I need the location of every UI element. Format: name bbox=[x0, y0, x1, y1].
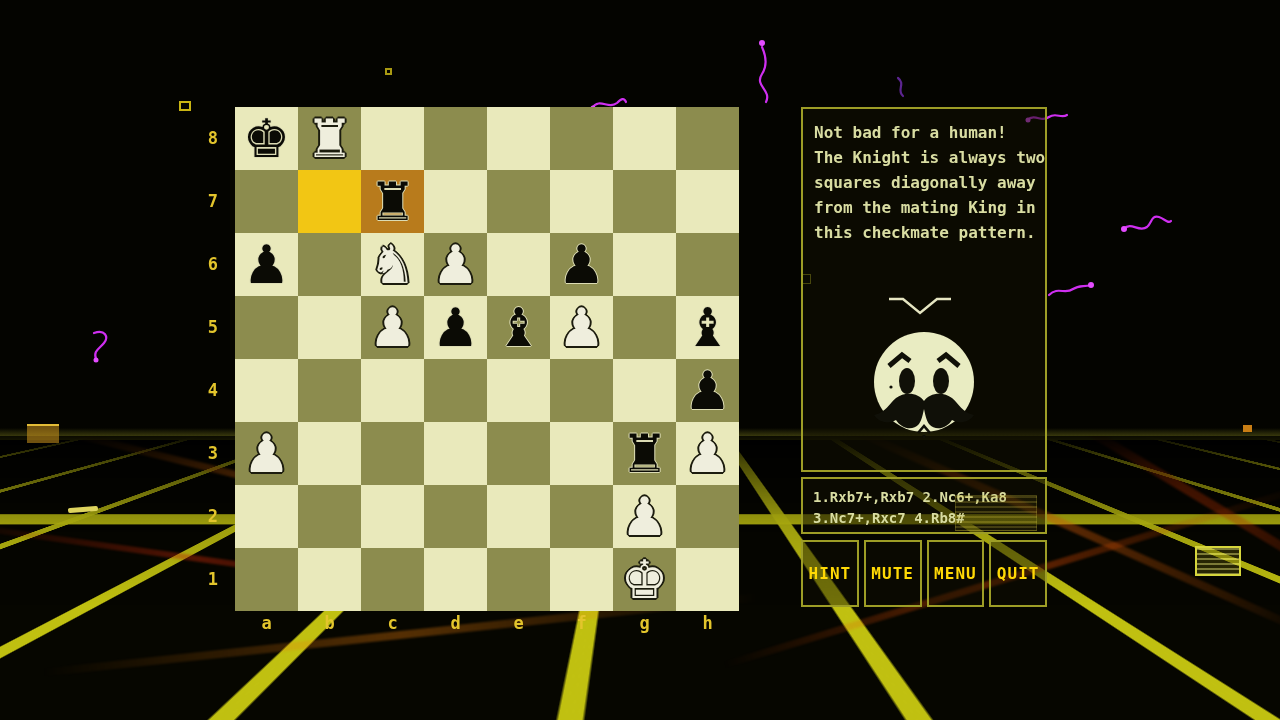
square-a6[interactable]: ♟ bbox=[235, 233, 298, 296]
square-b7[interactable] bbox=[298, 170, 361, 233]
square-b5[interactable] bbox=[298, 296, 361, 359]
square-b1[interactable] bbox=[298, 548, 361, 611]
piece-white-pawn-h3[interactable]: ♟ bbox=[676, 422, 739, 485]
square-g5[interactable] bbox=[613, 296, 676, 359]
glitch-square-outline bbox=[179, 101, 191, 111]
piece-white-king-g1[interactable]: ♚ bbox=[613, 548, 676, 611]
square-e7[interactable] bbox=[487, 170, 550, 233]
square-g2[interactable]: ♟ bbox=[613, 485, 676, 548]
rank-label-1: 1 bbox=[196, 548, 226, 611]
square-f7[interactable] bbox=[550, 170, 613, 233]
square-f8[interactable] bbox=[550, 107, 613, 170]
square-f4[interactable] bbox=[550, 359, 613, 422]
piece-white-knight-c6[interactable]: ♞ bbox=[361, 233, 424, 296]
glitch-dot bbox=[1243, 425, 1252, 432]
file-labels: abcdefgh bbox=[235, 611, 739, 637]
square-c5[interactable]: ♟ bbox=[361, 296, 424, 359]
square-b2[interactable] bbox=[298, 485, 361, 548]
square-d2[interactable] bbox=[424, 485, 487, 548]
square-g3[interactable]: ♜ bbox=[613, 422, 676, 485]
square-f5[interactable]: ♟ bbox=[550, 296, 613, 359]
file-label-g: g bbox=[613, 611, 676, 637]
square-d7[interactable] bbox=[424, 170, 487, 233]
rank-label-7: 7 bbox=[196, 170, 226, 233]
square-c6[interactable]: ♞ bbox=[361, 233, 424, 296]
glitch-square-outline bbox=[385, 68, 392, 75]
square-b8[interactable]: ♜ bbox=[298, 107, 361, 170]
file-label-f: f bbox=[550, 611, 613, 637]
piece-white-pawn-g2[interactable]: ♟ bbox=[613, 485, 676, 548]
square-d4[interactable] bbox=[424, 359, 487, 422]
square-f6[interactable]: ♟ bbox=[550, 233, 613, 296]
glitch-billboard bbox=[1195, 546, 1241, 576]
piece-white-pawn-d6[interactable]: ♟ bbox=[424, 233, 487, 296]
square-g8[interactable] bbox=[613, 107, 676, 170]
square-h3[interactable]: ♟ bbox=[676, 422, 739, 485]
square-e5[interactable]: ♝ bbox=[487, 296, 550, 359]
piece-black-pawn-h4[interactable]: ♟ bbox=[676, 359, 739, 422]
file-label-h: h bbox=[676, 611, 739, 637]
file-label-e: e bbox=[487, 611, 550, 637]
button-quit[interactable]: QUIT bbox=[989, 540, 1047, 607]
piece-black-bishop-e5[interactable]: ♝ bbox=[487, 296, 550, 359]
square-a3[interactable]: ♟ bbox=[235, 422, 298, 485]
game-screen: 87654321 ♚♜♜♟♞♟♟♟♟♝♟♝♟♟♜♟♟♚ abcdefgh Not… bbox=[0, 0, 1280, 720]
square-h8[interactable] bbox=[676, 107, 739, 170]
square-a8[interactable]: ♚ bbox=[235, 107, 298, 170]
square-d8[interactable] bbox=[424, 107, 487, 170]
file-label-b: b bbox=[298, 611, 361, 637]
file-label-c: c bbox=[361, 611, 424, 637]
avatar-eyebrow-mark-icon bbox=[885, 296, 955, 318]
square-f2[interactable] bbox=[550, 485, 613, 548]
square-g4[interactable] bbox=[613, 359, 676, 422]
square-e1[interactable] bbox=[487, 548, 550, 611]
glitch-box-translucent bbox=[955, 495, 1037, 531]
square-h2[interactable] bbox=[676, 485, 739, 548]
square-d5[interactable]: ♟ bbox=[424, 296, 487, 359]
rank-label-5: 5 bbox=[196, 296, 226, 359]
piece-black-pawn-a6[interactable]: ♟ bbox=[235, 233, 298, 296]
square-a1[interactable] bbox=[235, 548, 298, 611]
square-c2[interactable] bbox=[361, 485, 424, 548]
square-e4[interactable] bbox=[487, 359, 550, 422]
piece-white-rook-b8[interactable]: ♜ bbox=[298, 107, 361, 170]
square-b6[interactable] bbox=[298, 233, 361, 296]
piece-white-pawn-c5[interactable]: ♟ bbox=[361, 296, 424, 359]
square-h4[interactable]: ♟ bbox=[676, 359, 739, 422]
square-a2[interactable] bbox=[235, 485, 298, 548]
square-b4[interactable] bbox=[298, 359, 361, 422]
opponent-message-text: Not bad for a human! The Knight is alway… bbox=[803, 109, 1045, 245]
file-label-a: a bbox=[235, 611, 298, 637]
glitch-rectangle bbox=[27, 424, 59, 443]
piece-black-pawn-f6[interactable]: ♟ bbox=[550, 233, 613, 296]
square-a5[interactable] bbox=[235, 296, 298, 359]
piece-white-pawn-a3[interactable]: ♟ bbox=[235, 422, 298, 485]
square-c8[interactable] bbox=[361, 107, 424, 170]
square-d6[interactable]: ♟ bbox=[424, 233, 487, 296]
opponent-avatar bbox=[865, 325, 983, 449]
square-e2[interactable] bbox=[487, 485, 550, 548]
rank-label-6: 6 bbox=[196, 233, 226, 296]
square-g6[interactable] bbox=[613, 233, 676, 296]
square-h5[interactable]: ♝ bbox=[676, 296, 739, 359]
rank-label-2: 2 bbox=[196, 485, 226, 548]
rank-label-3: 3 bbox=[196, 422, 226, 485]
square-c4[interactable] bbox=[361, 359, 424, 422]
button-row: HINTMUTEMENUQUIT bbox=[801, 540, 1047, 607]
square-g1[interactable]: ♚ bbox=[613, 548, 676, 611]
square-f1[interactable] bbox=[550, 548, 613, 611]
piece-black-pawn-d5[interactable]: ♟ bbox=[424, 296, 487, 359]
square-h1[interactable] bbox=[676, 548, 739, 611]
button-mute[interactable]: MUTE bbox=[864, 540, 922, 607]
square-a4[interactable] bbox=[235, 359, 298, 422]
square-d3[interactable] bbox=[424, 422, 487, 485]
square-f3[interactable] bbox=[550, 422, 613, 485]
rank-label-8: 8 bbox=[196, 107, 226, 170]
rank-labels: 87654321 bbox=[196, 107, 226, 611]
square-e8[interactable] bbox=[487, 107, 550, 170]
square-h7[interactable] bbox=[676, 170, 739, 233]
rank-label-4: 4 bbox=[196, 359, 226, 422]
square-c3[interactable] bbox=[361, 422, 424, 485]
chess-board: ♚♜♜♟♞♟♟♟♟♝♟♝♟♟♜♟♟♚ bbox=[235, 107, 739, 611]
piece-black-king-a8[interactable]: ♚ bbox=[235, 107, 298, 170]
square-c7[interactable]: ♜ bbox=[361, 170, 424, 233]
square-a7[interactable] bbox=[235, 170, 298, 233]
square-e3[interactable] bbox=[487, 422, 550, 485]
button-menu[interactable]: MENU bbox=[927, 540, 985, 607]
square-d1[interactable] bbox=[424, 548, 487, 611]
piece-black-bishop-h5[interactable]: ♝ bbox=[676, 296, 739, 359]
file-label-d: d bbox=[424, 611, 487, 637]
piece-white-pawn-f5[interactable]: ♟ bbox=[550, 296, 613, 359]
square-h6[interactable] bbox=[676, 233, 739, 296]
button-hint[interactable]: HINT bbox=[801, 540, 859, 607]
square-e6[interactable] bbox=[487, 233, 550, 296]
square-b3[interactable] bbox=[298, 422, 361, 485]
square-c1[interactable] bbox=[361, 548, 424, 611]
square-g7[interactable] bbox=[613, 170, 676, 233]
piece-black-rook-c7[interactable]: ♜ bbox=[361, 170, 424, 233]
piece-black-rook-g3[interactable]: ♜ bbox=[613, 422, 676, 485]
